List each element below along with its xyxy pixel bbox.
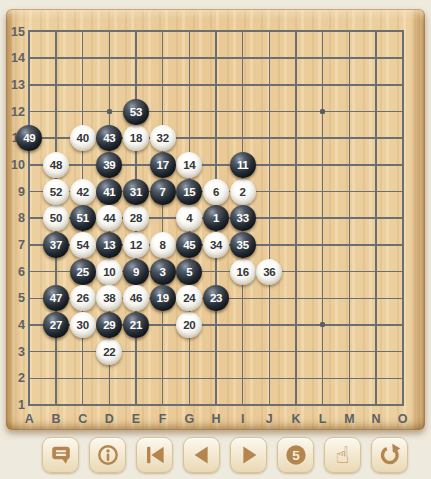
column-label: K [287, 412, 305, 426]
grid-line-vertical [349, 32, 350, 405]
stone-white: 34 [203, 232, 229, 258]
stone-black: 27 [43, 312, 69, 338]
stone-black: 25 [70, 259, 96, 285]
place-stone-button[interactable]: ☝ [324, 437, 361, 473]
stone-black: 29 [96, 312, 122, 338]
restart-button[interactable] [371, 437, 408, 473]
stone-white: 54 [70, 232, 96, 258]
stone-black: 3 [150, 259, 176, 285]
stone-black: 17 [150, 152, 176, 178]
jump-five-moves-button[interactable]: 5 [277, 437, 314, 473]
column-label: M [340, 412, 358, 426]
row-label: 12 [7, 105, 25, 119]
stone-white: 30 [70, 312, 96, 338]
column-label: B [47, 412, 65, 426]
stone-black: 5 [176, 259, 202, 285]
row-label: 1 [7, 398, 25, 412]
row-label: 10 [7, 158, 25, 172]
refresh-icon [378, 443, 402, 467]
back-arrow-icon [190, 443, 214, 467]
forward-button[interactable] [230, 437, 267, 473]
row-label: 14 [7, 51, 25, 65]
row-label: 5 [7, 291, 25, 305]
row-label: 8 [7, 211, 25, 225]
stone-black: 7 [150, 179, 176, 205]
circled-number-icon: 5 [284, 443, 308, 467]
stone-white: 6 [203, 179, 229, 205]
board[interactable]: 151413121110987654321ABCDEFGHIJKLMNO1234… [6, 9, 425, 430]
column-label: E [127, 412, 145, 426]
column-label: I [234, 412, 252, 426]
back-button[interactable] [183, 437, 220, 473]
column-label: D [100, 412, 118, 426]
row-label: 6 [7, 265, 25, 279]
stone-white: 32 [150, 125, 176, 151]
column-label: H [207, 412, 225, 426]
stone-black: 1 [203, 205, 229, 231]
gomoku-viewer-screen: 151413121110987654321ABCDEFGHIJKLMNO1234… [0, 0, 431, 479]
stone-black: 31 [123, 179, 149, 205]
stone-black: 53 [123, 99, 149, 125]
star-point [320, 109, 325, 114]
column-label: L [314, 412, 332, 426]
skip-to-start-button[interactable] [136, 437, 173, 473]
stone-black: 9 [123, 259, 149, 285]
stone-black: 33 [230, 205, 256, 231]
row-label: 13 [7, 78, 25, 92]
stone-white: 14 [176, 152, 202, 178]
stone-black: 15 [176, 179, 202, 205]
grid-line-vertical [269, 32, 270, 405]
grid-line-vertical [375, 32, 376, 405]
stone-black: 35 [230, 232, 256, 258]
row-label: 15 [7, 25, 25, 39]
stone-white: 36 [256, 259, 282, 285]
column-label: G [180, 412, 198, 426]
stone-black: 13 [96, 232, 122, 258]
stone-black: 51 [70, 205, 96, 231]
stone-white: 50 [43, 205, 69, 231]
stone-white: 8 [150, 232, 176, 258]
stone-white: 42 [70, 179, 96, 205]
row-label: 3 [7, 345, 25, 359]
speech-bubble-icon [49, 443, 73, 467]
stone-white: 18 [123, 125, 149, 151]
grid-line-horizontal [29, 378, 402, 379]
comment-button[interactable] [42, 437, 79, 473]
column-label: A [20, 412, 38, 426]
stone-white: 20 [176, 312, 202, 338]
stone-white: 12 [123, 232, 149, 258]
grid-line-horizontal [29, 351, 402, 352]
stone-black: 47 [43, 285, 69, 311]
info-icon [96, 443, 120, 467]
star-point [107, 109, 112, 114]
stone-black: 23 [203, 285, 229, 311]
skip-to-start-icon [143, 443, 167, 467]
column-label: N [367, 412, 385, 426]
forward-arrow-icon [237, 443, 261, 467]
column-label: O [394, 412, 412, 426]
row-label: 9 [7, 185, 25, 199]
row-label: 4 [7, 318, 25, 332]
stone-black: 19 [150, 285, 176, 311]
column-label: J [260, 412, 278, 426]
row-label: 2 [7, 371, 25, 385]
stone-white: 28 [123, 205, 149, 231]
column-label: C [74, 412, 92, 426]
stone-white: 10 [96, 259, 122, 285]
column-label: F [154, 412, 172, 426]
stone-black: 21 [123, 312, 149, 338]
stone-black: 37 [43, 232, 69, 258]
stone-white: 26 [70, 285, 96, 311]
hand-pointer-icon: ☝ [335, 444, 349, 467]
stone-white: 22 [96, 339, 122, 365]
row-label: 7 [7, 238, 25, 252]
game-info-button[interactable] [89, 437, 126, 473]
stone-white: 46 [123, 285, 149, 311]
grid-line-vertical [322, 32, 323, 405]
stone-black: 45 [176, 232, 202, 258]
star-point [320, 322, 325, 327]
toolbar: 5 ☝ [0, 437, 431, 473]
grid-line-vertical [295, 32, 296, 405]
stone-black: 41 [96, 179, 122, 205]
stone-white: 40 [70, 125, 96, 151]
svg-text:5: 5 [292, 448, 300, 463]
stone-black: 39 [96, 152, 122, 178]
stone-white: 2 [230, 179, 256, 205]
stone-white: 16 [230, 259, 256, 285]
stone-white: 52 [43, 179, 69, 205]
stone-black: 11 [230, 152, 256, 178]
stone-white: 48 [43, 152, 69, 178]
